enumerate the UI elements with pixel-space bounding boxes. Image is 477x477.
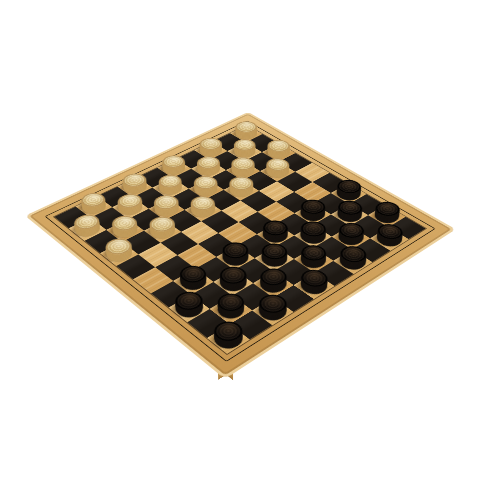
dark-checker-piece[interactable] bbox=[296, 274, 332, 298]
square-f0-r3-light[interactable] bbox=[100, 242, 138, 266]
scene bbox=[0, 0, 477, 477]
dark-checker-piece[interactable] bbox=[209, 325, 248, 352]
dark-checker-piece[interactable] bbox=[372, 228, 406, 249]
light-checker-piece[interactable] bbox=[145, 221, 179, 242]
square-f0-r1-light[interactable] bbox=[69, 218, 106, 241]
square-f8-r9-light[interactable] bbox=[370, 227, 408, 250]
board-grid bbox=[54, 125, 425, 354]
dark-checker-piece[interactable] bbox=[254, 299, 291, 324]
light-checker-piece[interactable] bbox=[114, 199, 147, 218]
light-checker-piece[interactable] bbox=[186, 201, 219, 220]
light-checker-piece[interactable] bbox=[102, 243, 137, 265]
draughts-board bbox=[25, 112, 456, 379]
light-checker-piece[interactable] bbox=[71, 219, 105, 239]
